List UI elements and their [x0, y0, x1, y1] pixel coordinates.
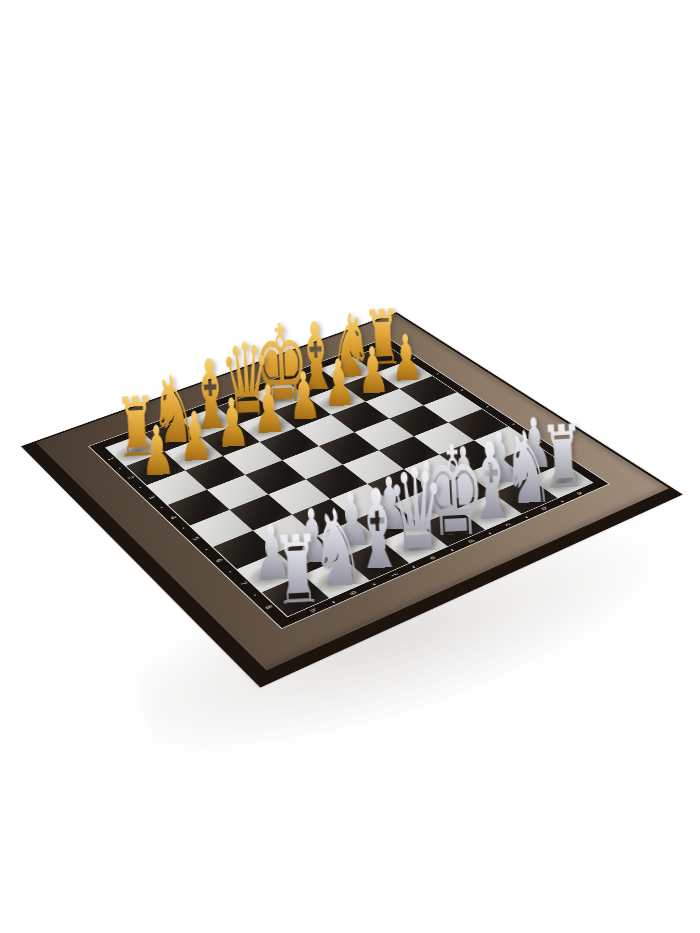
rank-label-5: 5 — [189, 535, 202, 543]
rank-label-4: 4 — [167, 514, 180, 521]
border-dot — [560, 500, 564, 502]
border-dot — [525, 516, 529, 518]
rank-label-3: 3 — [145, 494, 157, 501]
border-dot — [372, 583, 376, 585]
border-dot — [412, 566, 416, 568]
border-dot — [332, 601, 336, 603]
border-dot — [488, 532, 492, 534]
border-dot — [160, 506, 163, 508]
border-dot — [182, 527, 186, 529]
piece-silver-rook-h8[interactable]: ♜ — [242, 462, 349, 601]
border-dot — [139, 487, 142, 489]
product-photo-scene: ♜♞♝♚♛♝♞♜♟♟♟♟♟♟♟♟♟♟♟♟♟♟♟♟♜♞♝♚♛♝♞♜ hgfedcb… — [0, 0, 700, 933]
border-dot — [450, 549, 454, 551]
border-dot — [205, 549, 209, 551]
